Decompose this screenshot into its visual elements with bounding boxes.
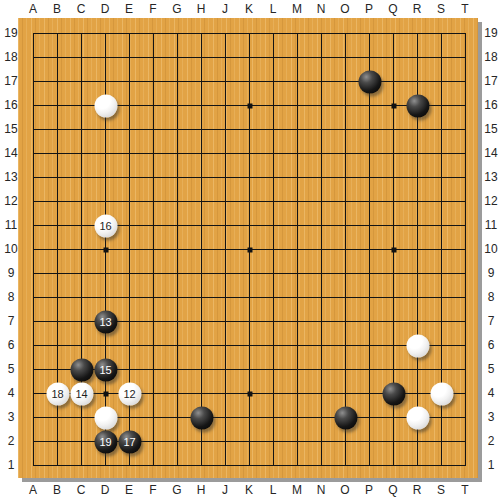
move-number-label-D11: 16 xyxy=(94,214,117,237)
coord-left-4: 4 xyxy=(0,385,24,401)
coord-bottom-S: S xyxy=(428,482,454,498)
coord-bottom-B: B xyxy=(44,482,70,498)
star-point-K4 xyxy=(247,391,252,396)
coord-bottom-F: F xyxy=(140,482,166,498)
coord-left-16: 16 xyxy=(0,97,24,113)
grid-vline-N xyxy=(321,33,322,466)
move-number-label-D5: 15 xyxy=(94,358,117,381)
coord-left-12: 12 xyxy=(0,193,24,209)
coord-right-13: 13 xyxy=(478,169,500,185)
coord-bottom-D: D xyxy=(92,482,118,498)
coord-top-M: M xyxy=(284,1,310,17)
coord-top-F: F xyxy=(140,1,166,17)
coord-bottom-C: C xyxy=(68,482,94,498)
coord-right-18: 18 xyxy=(478,49,500,65)
black-stone-D7[interactable]: 13 xyxy=(94,310,117,333)
coord-top-H: H xyxy=(188,1,214,17)
coord-top-J: J xyxy=(212,1,238,17)
coord-left-5: 5 xyxy=(0,361,24,377)
coord-left-11: 11 xyxy=(0,217,24,233)
coord-bottom-J: J xyxy=(212,482,238,498)
white-stone-R3[interactable] xyxy=(406,406,429,429)
coord-right-6: 6 xyxy=(478,337,500,353)
black-stone-E2[interactable]: 17 xyxy=(118,430,141,453)
grid-hline-9 xyxy=(33,273,466,274)
coord-left-2: 2 xyxy=(0,433,24,449)
black-stone-H3[interactable] xyxy=(190,406,213,429)
star-point-Q10 xyxy=(391,247,396,252)
coord-right-16: 16 xyxy=(478,97,500,113)
coord-bottom-E: E xyxy=(116,482,142,498)
coord-right-10: 10 xyxy=(478,241,500,257)
grid-vline-M xyxy=(297,33,298,466)
coord-bottom-H: H xyxy=(188,482,214,498)
coord-top-D: D xyxy=(92,1,118,17)
coord-bottom-N: N xyxy=(308,482,334,498)
coord-right-5: 5 xyxy=(478,361,500,377)
coord-bottom-G: G xyxy=(164,482,190,498)
move-number-label-C4: 14 xyxy=(70,382,93,405)
black-stone-R16[interactable] xyxy=(406,94,429,117)
coord-left-9: 9 xyxy=(0,265,24,281)
coord-bottom-T: T xyxy=(452,482,478,498)
coord-right-14: 14 xyxy=(478,145,500,161)
coord-top-C: C xyxy=(68,1,94,17)
star-point-D10 xyxy=(103,247,108,252)
coord-top-A: A xyxy=(20,1,46,17)
coord-top-S: S xyxy=(428,1,454,17)
white-stone-D11[interactable]: 16 xyxy=(94,214,117,237)
coord-top-E: E xyxy=(116,1,142,17)
coord-left-18: 18 xyxy=(0,49,24,65)
white-stone-E4[interactable]: 12 xyxy=(118,382,141,405)
coord-right-9: 9 xyxy=(478,265,500,281)
black-stone-D2[interactable]: 19 xyxy=(94,430,117,453)
black-stone-Q4[interactable] xyxy=(382,382,405,405)
grid-vline-L xyxy=(273,33,274,466)
move-number-label-E2: 17 xyxy=(118,430,141,453)
coord-right-12: 12 xyxy=(478,193,500,209)
coord-bottom-P: P xyxy=(356,482,382,498)
go-diagram: AABBCCDDEEFFGGHHJJKKLLMMNNOOPPQQRRSSTT19… xyxy=(0,0,500,500)
coord-right-17: 17 xyxy=(478,73,500,89)
move-number-label-E4: 12 xyxy=(118,382,141,405)
black-stone-C5[interactable] xyxy=(70,358,93,381)
coord-left-13: 13 xyxy=(0,169,24,185)
coord-right-4: 4 xyxy=(478,385,500,401)
move-number-label-D7: 13 xyxy=(94,310,117,333)
coord-left-10: 10 xyxy=(0,241,24,257)
grid-hline-8 xyxy=(33,297,466,298)
coord-left-3: 3 xyxy=(0,409,24,425)
grid-hline-6 xyxy=(33,345,466,346)
move-number-label-B4: 18 xyxy=(46,382,69,405)
coord-top-B: B xyxy=(44,1,70,17)
coord-right-11: 11 xyxy=(478,217,500,233)
black-stone-D5[interactable]: 15 xyxy=(94,358,117,381)
grid-vline-P xyxy=(369,33,370,466)
black-stone-O3[interactable] xyxy=(334,406,357,429)
grid-vline-O xyxy=(345,33,346,466)
star-point-D4 xyxy=(103,391,108,396)
coord-right-7: 7 xyxy=(478,313,500,329)
coord-bottom-L: L xyxy=(260,482,286,498)
coord-right-8: 8 xyxy=(478,289,500,305)
coord-top-P: P xyxy=(356,1,382,17)
move-number-label-D2: 19 xyxy=(94,430,117,453)
star-point-K16 xyxy=(247,103,252,108)
coord-left-15: 15 xyxy=(0,121,24,137)
white-stone-D3[interactable] xyxy=(94,406,117,429)
coord-right-2: 2 xyxy=(478,433,500,449)
white-stone-D16[interactable] xyxy=(94,94,117,117)
coord-left-19: 19 xyxy=(0,25,24,41)
coord-right-19: 19 xyxy=(478,25,500,41)
coord-bottom-R: R xyxy=(404,482,430,498)
coord-top-K: K xyxy=(236,1,262,17)
coord-bottom-K: K xyxy=(236,482,262,498)
coord-bottom-M: M xyxy=(284,482,310,498)
coord-top-N: N xyxy=(308,1,334,17)
coord-bottom-O: O xyxy=(332,482,358,498)
white-stone-B4[interactable]: 18 xyxy=(46,382,69,405)
star-point-Q16 xyxy=(391,103,396,108)
white-stone-C4[interactable]: 14 xyxy=(70,382,93,405)
white-stone-S4[interactable] xyxy=(430,382,453,405)
coord-left-14: 14 xyxy=(0,145,24,161)
coord-right-3: 3 xyxy=(478,409,500,425)
coord-top-T: T xyxy=(452,1,478,17)
coord-top-Q: Q xyxy=(380,1,406,17)
coord-bottom-A: A xyxy=(20,482,46,498)
star-point-K10 xyxy=(247,247,252,252)
coord-right-1: 1 xyxy=(478,457,500,473)
coord-bottom-Q: Q xyxy=(380,482,406,498)
grid-vline-T xyxy=(465,33,466,466)
coord-top-R: R xyxy=(404,1,430,17)
coord-left-1: 1 xyxy=(0,457,24,473)
coord-top-L: L xyxy=(260,1,286,17)
coord-left-17: 17 xyxy=(0,73,24,89)
white-stone-R6[interactable] xyxy=(406,334,429,357)
grid-hline-1 xyxy=(33,465,466,466)
coord-left-7: 7 xyxy=(0,313,24,329)
coord-left-8: 8 xyxy=(0,289,24,305)
coord-top-O: O xyxy=(332,1,358,17)
coord-right-15: 15 xyxy=(478,121,500,137)
black-stone-P17[interactable] xyxy=(358,70,381,93)
coord-top-G: G xyxy=(164,1,190,17)
coord-left-6: 6 xyxy=(0,337,24,353)
